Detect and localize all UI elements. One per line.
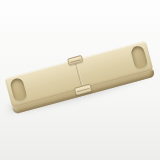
product-photo-scene (0, 0, 160, 160)
board-surface (5, 41, 154, 108)
mancala-board (5, 41, 156, 115)
